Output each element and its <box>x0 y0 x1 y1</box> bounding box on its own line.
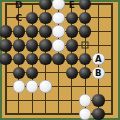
white-stone[interactable] <box>26 80 39 93</box>
black-stone[interactable] <box>39 25 52 38</box>
white-stone[interactable] <box>79 94 92 107</box>
black-stone[interactable] <box>0 25 12 38</box>
white-stone[interactable] <box>13 80 26 93</box>
black-stone[interactable] <box>92 94 105 107</box>
black-stone[interactable] <box>26 25 39 38</box>
white-stone[interactable] <box>39 80 52 93</box>
white-stone[interactable]: A <box>92 53 105 66</box>
stone-label-B: B <box>95 69 101 78</box>
black-stone[interactable] <box>66 39 79 52</box>
white-stone[interactable] <box>52 39 65 52</box>
black-stone[interactable] <box>13 67 26 80</box>
black-stone[interactable] <box>39 0 52 10</box>
grid-line <box>111 3 113 115</box>
black-stone[interactable] <box>0 39 12 52</box>
square-mark[interactable] <box>82 42 89 49</box>
point-label-D[interactable]: D <box>15 0 22 9</box>
black-stone[interactable] <box>66 25 79 38</box>
go-diagram: ABDCE <box>0 0 120 120</box>
black-stone[interactable] <box>66 67 79 80</box>
white-stone[interactable] <box>52 12 65 25</box>
stone-label-A: A <box>95 55 102 64</box>
black-stone[interactable] <box>0 53 12 66</box>
black-stone[interactable] <box>26 39 39 52</box>
black-stone[interactable] <box>52 53 65 66</box>
point-label-E[interactable]: E <box>69 0 75 9</box>
black-stone[interactable] <box>79 25 92 38</box>
white-stone[interactable]: B <box>92 67 105 80</box>
point-label-C[interactable]: C <box>15 14 22 23</box>
black-stone[interactable] <box>13 25 26 38</box>
black-stone[interactable] <box>66 12 79 25</box>
black-stone[interactable] <box>39 53 52 66</box>
black-stone[interactable] <box>39 39 52 52</box>
black-stone[interactable] <box>13 39 26 52</box>
white-stone[interactable] <box>52 25 65 38</box>
black-stone[interactable] <box>92 108 105 120</box>
black-stone[interactable] <box>39 12 52 25</box>
